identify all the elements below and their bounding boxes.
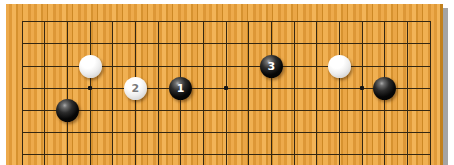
go-stone-black-m17: 3 [260,55,283,78]
grid-line-horizontal [22,154,431,155]
move-number-label: 3 [268,61,276,72]
go-stone-white-f16: 2 [124,77,147,100]
move-number-label: 2 [132,83,140,94]
go-diagram: 213 [0,0,454,165]
star-point [88,86,92,90]
grid-line-horizontal [22,43,431,44]
star-point [360,86,364,90]
go-board[interactable]: 213 [6,4,443,165]
go-stone-white-d17 [79,55,102,78]
star-point [224,86,228,90]
go-stone-black-c15 [56,99,79,122]
grid-line-horizontal [22,132,431,133]
grid-line-horizontal [22,110,431,111]
move-number-label: 1 [177,83,185,94]
go-stone-black-r16 [373,77,396,100]
go-stone-black-h16: 1 [169,77,192,100]
go-stone-white-p17 [328,55,351,78]
grid-line-horizontal [22,21,431,22]
